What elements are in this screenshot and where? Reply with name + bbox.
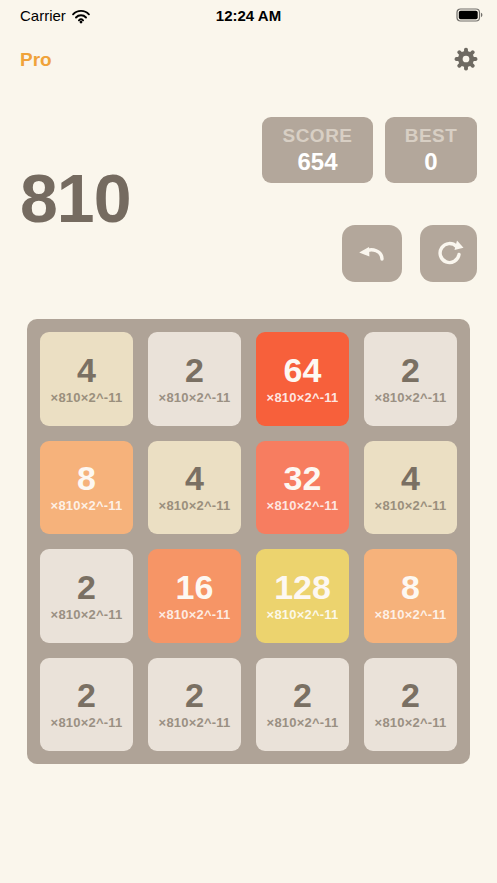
tile-multiplier: ×810×2^-11 bbox=[267, 607, 339, 622]
tile-value: 4 bbox=[185, 461, 204, 495]
tile-value: 2 bbox=[185, 353, 204, 387]
carrier-label: Carrier bbox=[20, 7, 66, 24]
tile-multiplier: ×810×2^-11 bbox=[159, 498, 231, 513]
tile-value: 64 bbox=[284, 353, 322, 387]
tile-value: 4 bbox=[401, 461, 420, 495]
tile-multiplier: ×810×2^-11 bbox=[51, 715, 123, 730]
status-bar: Carrier 12:24 AM bbox=[0, 0, 497, 30]
tile-r2c1: 8 ×810×2^-11 bbox=[40, 441, 133, 535]
undo-button[interactable] bbox=[342, 225, 402, 282]
tile-r2c4: 4 ×810×2^-11 bbox=[364, 441, 457, 535]
app-title-810: 810 bbox=[20, 164, 130, 232]
tile-r4c4: 2 ×810×2^-11 bbox=[364, 658, 457, 752]
tile-value: 32 bbox=[284, 461, 322, 495]
best-box: BEST 0 bbox=[385, 117, 477, 183]
tile-value: 2 bbox=[77, 678, 96, 712]
undo-arrow-icon bbox=[355, 238, 389, 270]
tile-value: 2 bbox=[77, 570, 96, 604]
tile-r3c4: 8 ×810×2^-11 bbox=[364, 549, 457, 643]
score-label: SCORE bbox=[282, 125, 352, 147]
tile-multiplier: ×810×2^-11 bbox=[159, 607, 231, 622]
restart-button[interactable] bbox=[420, 225, 477, 282]
app-screen: Carrier 12:24 AM Pro bbox=[0, 0, 497, 883]
tile-r2c3: 32 ×810×2^-11 bbox=[256, 441, 349, 535]
wifi-icon bbox=[71, 8, 91, 24]
tile-multiplier: ×810×2^-11 bbox=[267, 715, 339, 730]
tile-value: 8 bbox=[77, 461, 96, 495]
tile-value: 2 bbox=[185, 678, 204, 712]
tile-value: 4 bbox=[77, 353, 96, 387]
tile-multiplier: ×810×2^-11 bbox=[159, 715, 231, 730]
tile-value: 128 bbox=[274, 570, 331, 604]
tile-value: 2 bbox=[401, 353, 420, 387]
tile-r4c2: 2 ×810×2^-11 bbox=[148, 658, 241, 752]
tile-multiplier: ×810×2^-11 bbox=[267, 390, 339, 405]
tile-value: 16 bbox=[176, 570, 214, 604]
tile-multiplier: ×810×2^-11 bbox=[375, 715, 447, 730]
score-box: SCORE 654 bbox=[262, 117, 373, 183]
tile-multiplier: ×810×2^-11 bbox=[51, 607, 123, 622]
pro-badge[interactable]: Pro bbox=[20, 49, 52, 71]
battery-icon bbox=[456, 8, 484, 22]
tile-r4c1: 2 ×810×2^-11 bbox=[40, 658, 133, 752]
tile-r3c2: 16 ×810×2^-11 bbox=[148, 549, 241, 643]
tile-r3c1: 2 ×810×2^-11 bbox=[40, 549, 133, 643]
tile-r1c4: 2 ×810×2^-11 bbox=[364, 332, 457, 426]
best-label: BEST bbox=[405, 125, 458, 147]
tile-r1c3: 64 ×810×2^-11 bbox=[256, 332, 349, 426]
tile-multiplier: ×810×2^-11 bbox=[375, 390, 447, 405]
score-value: 654 bbox=[297, 148, 337, 176]
tile-r3c3: 128 ×810×2^-11 bbox=[256, 549, 349, 643]
best-value: 0 bbox=[424, 148, 437, 176]
tile-r1c2: 2 ×810×2^-11 bbox=[148, 332, 241, 426]
tile-multiplier: ×810×2^-11 bbox=[51, 498, 123, 513]
tile-r2c2: 4 ×810×2^-11 bbox=[148, 441, 241, 535]
gear-icon bbox=[453, 46, 479, 72]
tile-value: 2 bbox=[293, 678, 312, 712]
tile-value: 2 bbox=[401, 678, 420, 712]
tile-multiplier: ×810×2^-11 bbox=[159, 390, 231, 405]
tile-multiplier: ×810×2^-11 bbox=[375, 607, 447, 622]
game-board[interactable]: 4 ×810×2^-11 2 ×810×2^-11 64 ×810×2^-11 … bbox=[27, 319, 470, 764]
tile-multiplier: ×810×2^-11 bbox=[51, 390, 123, 405]
tile-multiplier: ×810×2^-11 bbox=[375, 498, 447, 513]
tile-multiplier: ×810×2^-11 bbox=[267, 498, 339, 513]
clock-label: 12:24 AM bbox=[216, 7, 281, 24]
tile-r4c3: 2 ×810×2^-11 bbox=[256, 658, 349, 752]
tile-value: 8 bbox=[401, 570, 420, 604]
refresh-icon bbox=[433, 238, 465, 270]
tile-r1c1: 4 ×810×2^-11 bbox=[40, 332, 133, 426]
settings-button[interactable] bbox=[453, 46, 479, 72]
